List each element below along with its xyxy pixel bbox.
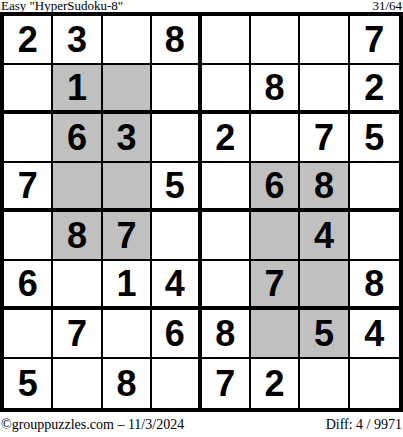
cell-r4c1-given-7: 7 — [4, 163, 53, 212]
cell-r5c5-empty — [202, 212, 251, 261]
cell-r8c6-given-2: 2 — [251, 359, 300, 408]
cell-r6c5-empty — [202, 261, 251, 310]
cell-r1c3-empty — [103, 16, 152, 65]
puzzle-title: Easy "HyperSudoku-8" — [1, 0, 123, 12]
cell-r7c7-given-5: 5 — [300, 310, 349, 359]
cell-r5c3-given-7: 7 — [103, 212, 152, 261]
cell-r3c1-empty — [4, 114, 53, 163]
cell-r7c3-empty — [103, 310, 152, 359]
cell-r5c4-empty — [152, 212, 201, 261]
cell-r1c7-empty — [300, 16, 349, 65]
cell-r7c4-given-6: 6 — [152, 310, 201, 359]
cell-r2c7-empty — [300, 65, 349, 114]
header: Easy "HyperSudoku-8" 31/64 — [0, 0, 403, 12]
cell-r4c4-given-5: 5 — [152, 163, 201, 212]
cell-r2c2-given-1: 1 — [53, 65, 102, 114]
cell-r7c6-empty — [251, 310, 300, 359]
cell-r5c8-empty — [350, 212, 399, 261]
cell-r3c6-empty — [251, 114, 300, 163]
sudoku-grid: 238718263275756887461478768545872 — [0, 12, 403, 412]
cell-r2c1-empty — [4, 65, 53, 114]
cell-r2c6-given-8: 8 — [251, 65, 300, 114]
cell-r1c1-given-2: 2 — [4, 16, 53, 65]
cell-r4c3-empty — [103, 163, 152, 212]
puzzle-page: Easy "HyperSudoku-8" 31/64 2387182632757… — [0, 0, 403, 437]
cell-r6c6-given-7: 7 — [251, 261, 300, 310]
cell-r8c7-empty — [300, 359, 349, 408]
footer: ©grouppuzzles.com – 11/3/2024 Diff: 4 / … — [0, 412, 403, 437]
cell-r2c8-given-2: 2 — [350, 65, 399, 114]
cell-r6c8-given-8: 8 — [350, 261, 399, 310]
difficulty-text: Diff: 4 / 9971 — [326, 417, 402, 433]
cell-r4c2-empty — [53, 163, 102, 212]
cell-r4c7-given-8: 8 — [300, 163, 349, 212]
cell-r4c5-empty — [202, 163, 251, 212]
cell-r7c8-given-4: 4 — [350, 310, 399, 359]
cell-r7c5-given-8: 8 — [202, 310, 251, 359]
cell-r1c2-given-3: 3 — [53, 16, 102, 65]
cell-r8c8-empty — [350, 359, 399, 408]
cell-r4c6-given-6: 6 — [251, 163, 300, 212]
cell-r7c2-given-7: 7 — [53, 310, 102, 359]
cell-r3c8-given-5: 5 — [350, 114, 399, 163]
cell-r1c5-empty — [202, 16, 251, 65]
cell-r7c1-empty — [4, 310, 53, 359]
cell-r3c3-given-3: 3 — [103, 114, 152, 163]
cell-r3c7-given-7: 7 — [300, 114, 349, 163]
cell-r6c4-given-4: 4 — [152, 261, 201, 310]
givens-counter: 31/64 — [372, 0, 402, 12]
cell-r5c6-empty — [251, 212, 300, 261]
cell-r8c2-empty — [53, 359, 102, 408]
cell-r6c7-empty — [300, 261, 349, 310]
cell-r8c5-given-7: 7 — [202, 359, 251, 408]
cell-r3c4-empty — [152, 114, 201, 163]
cell-r1c8-given-7: 7 — [350, 16, 399, 65]
cell-r1c6-empty — [251, 16, 300, 65]
cell-r2c3-empty — [103, 65, 152, 114]
cell-r3c5-given-2: 2 — [202, 114, 251, 163]
cell-r6c1-given-6: 6 — [4, 261, 53, 310]
cell-r2c4-empty — [152, 65, 201, 114]
cell-r5c2-given-8: 8 — [53, 212, 102, 261]
cell-r5c7-given-4: 4 — [300, 212, 349, 261]
cell-r2c5-empty — [202, 65, 251, 114]
cell-r8c3-given-8: 8 — [103, 359, 152, 408]
cell-r3c2-given-6: 6 — [53, 114, 102, 163]
cell-r4c8-empty — [350, 163, 399, 212]
cell-r1c4-given-8: 8 — [152, 16, 201, 65]
cell-r8c1-given-5: 5 — [4, 359, 53, 408]
cell-r5c1-empty — [4, 212, 53, 261]
copyright-text: ©grouppuzzles.com – 11/3/2024 — [1, 417, 184, 433]
cell-r6c2-empty — [53, 261, 102, 310]
cell-r8c4-empty — [152, 359, 201, 408]
cell-r6c3-given-1: 1 — [103, 261, 152, 310]
